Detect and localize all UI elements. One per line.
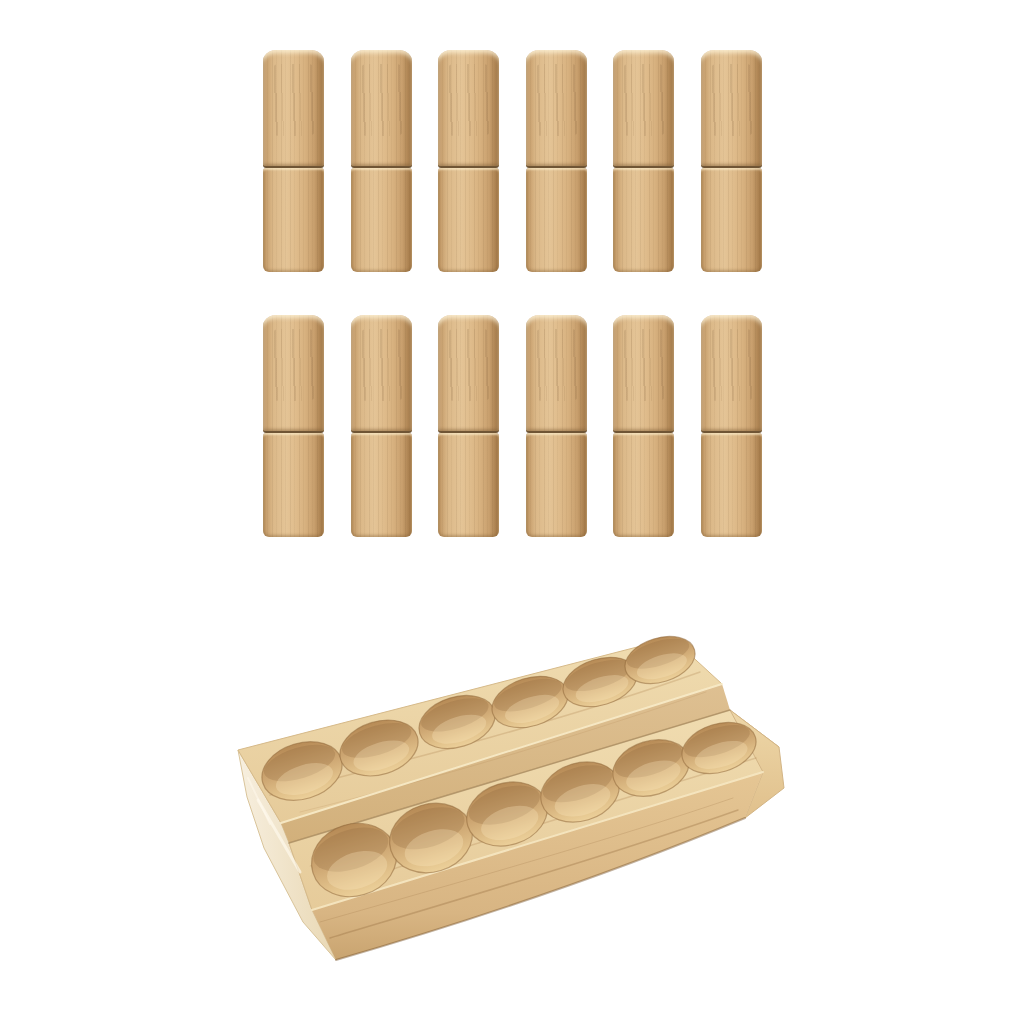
tray-step-riser bbox=[281, 684, 730, 843]
tube-body bbox=[613, 433, 674, 537]
tube-body bbox=[526, 168, 587, 272]
tube-body bbox=[701, 433, 762, 537]
tray-upper-tier-top bbox=[238, 638, 722, 823]
tube-body bbox=[438, 168, 499, 272]
tray-pit-r1-c2 bbox=[333, 711, 425, 785]
product-photo-stage bbox=[0, 0, 1024, 1024]
tube-body bbox=[438, 433, 499, 537]
bamboo-tube bbox=[351, 315, 412, 537]
tube-cap bbox=[351, 50, 412, 168]
tube-cap bbox=[438, 50, 499, 168]
tube-cap bbox=[263, 50, 324, 168]
bamboo-tube bbox=[526, 315, 587, 537]
tube-row-top bbox=[0, 50, 1024, 272]
tray-right-end-face bbox=[730, 710, 784, 818]
tube-row-bottom bbox=[0, 315, 1024, 537]
tube-body bbox=[351, 433, 412, 537]
tube-cap bbox=[351, 315, 412, 433]
tray-pit-r2-c6 bbox=[676, 714, 763, 782]
tube-body bbox=[263, 433, 324, 537]
tube-body bbox=[351, 168, 412, 272]
tube-body bbox=[526, 433, 587, 537]
tray-pit-r1-c3 bbox=[412, 687, 501, 758]
tray-pit-r1-c4 bbox=[486, 668, 575, 737]
tube-cap bbox=[701, 50, 762, 168]
tube-cap bbox=[526, 50, 587, 168]
bamboo-tube bbox=[701, 315, 762, 537]
tray-front-face bbox=[312, 772, 763, 960]
tray-left-end-face bbox=[238, 750, 336, 960]
tray-lower-tier-top bbox=[289, 710, 779, 910]
tube-cap bbox=[701, 315, 762, 433]
tube-body bbox=[613, 168, 674, 272]
tube-cap bbox=[613, 50, 674, 168]
bamboo-tube bbox=[263, 50, 324, 272]
bamboo-tube bbox=[526, 50, 587, 272]
tray-pit-r1-c1 bbox=[255, 732, 350, 810]
tray-pit-r1-c6 bbox=[619, 628, 701, 691]
tube-body bbox=[263, 168, 324, 272]
bamboo-tube bbox=[438, 50, 499, 272]
bamboo-tube bbox=[701, 50, 762, 272]
tray-pit-r1-c5 bbox=[557, 649, 643, 715]
tray-pit-r2-c4 bbox=[533, 753, 626, 832]
tube-cap bbox=[613, 315, 674, 433]
tray-pits bbox=[255, 628, 763, 907]
bamboo-tube bbox=[438, 315, 499, 537]
bamboo-tube bbox=[613, 50, 674, 272]
bamboo-tube bbox=[351, 50, 412, 272]
tray-pit-r2-c1 bbox=[302, 813, 405, 907]
wood-grain-lines bbox=[248, 672, 763, 960]
tray-pit-r2-c2 bbox=[381, 793, 481, 883]
bamboo-tube bbox=[613, 315, 674, 537]
tube-cap bbox=[263, 315, 324, 433]
tube-cap bbox=[438, 315, 499, 433]
tube-cap bbox=[526, 315, 587, 433]
tray-pit-r2-c5 bbox=[606, 731, 696, 805]
tube-body bbox=[701, 168, 762, 272]
bamboo-tube bbox=[263, 315, 324, 537]
tray-pit-r2-c3 bbox=[459, 772, 556, 855]
